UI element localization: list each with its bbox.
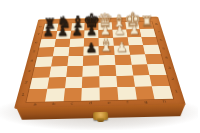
square-b3 — [49, 66, 67, 77]
square-a6 — [39, 39, 55, 48]
black-pawn-a7: ♟ — [43, 26, 54, 38]
coord-label: h — [137, 17, 151, 21]
square-a3 — [32, 66, 51, 77]
square-f4 — [114, 55, 131, 65]
square-g4 — [130, 54, 148, 64]
rank-labels-right: 87654321 — [151, 21, 183, 98]
square-a5 — [37, 47, 54, 57]
white-pawn-f5: ♟ — [116, 41, 128, 54]
coord-label: 7 — [33, 30, 43, 38]
square-a7: ♟ — [41, 31, 57, 39]
square-f5: ♟ — [114, 46, 130, 55]
white-bishop-f8: ♝ — [111, 13, 126, 29]
white-pawn-f7: ♟ — [114, 25, 125, 37]
square-h7 — [140, 29, 156, 37]
coord-label: c — [72, 18, 85, 22]
coord-label: 6 — [31, 38, 42, 47]
square-a4 — [35, 56, 53, 66]
square-c5 — [68, 47, 84, 56]
square-g6 — [127, 37, 143, 46]
square-g8: ♚ — [125, 22, 140, 30]
square-d1 — [81, 88, 99, 101]
square-g7: ♟ — [126, 29, 141, 37]
coord-label: 4 — [26, 56, 38, 66]
rank-labels-left: 87654321 — [16, 23, 45, 101]
square-h4 — [145, 54, 163, 64]
square-f7: ♟ — [112, 29, 127, 37]
square-c8: ♝ — [71, 23, 85, 31]
white-bishop-e5: ♝ — [98, 36, 115, 54]
square-e5: ♝ — [99, 46, 115, 55]
square-b6 — [54, 38, 70, 47]
coord-label: 6 — [156, 35, 167, 44]
square-e3 — [99, 65, 116, 76]
square-e4 — [99, 55, 115, 65]
coord-label: 5 — [28, 47, 39, 56]
square-f6 — [113, 37, 129, 46]
board-grid: ♜♞♝♚♛♝♚♜♟♟♟♟♟♟♟♟♝♟ — [26, 21, 173, 102]
square-d5: ♟ — [83, 46, 98, 55]
coord-label: f — [111, 17, 125, 21]
square-g2 — [133, 75, 152, 87]
square-a8: ♜ — [43, 24, 58, 32]
coord-label: 2 — [20, 76, 33, 88]
square-b4 — [51, 56, 68, 66]
black-bishop-c8: ♝ — [70, 14, 85, 30]
square-h1 — [152, 86, 173, 99]
square-f2 — [116, 75, 134, 87]
square-d4 — [83, 55, 99, 65]
black-pawn-b7: ♟ — [57, 26, 68, 38]
coord-label: 7 — [153, 28, 164, 36]
square-b8: ♞ — [57, 23, 72, 31]
square-h2 — [150, 74, 170, 86]
square-d7: ♟ — [84, 30, 98, 38]
coord-label: d — [85, 18, 98, 22]
square-b2 — [47, 77, 66, 89]
black-king-d8: ♚ — [83, 10, 101, 29]
square-e2 — [99, 76, 117, 88]
square-c2 — [65, 76, 83, 88]
square-c6 — [69, 38, 84, 47]
black-knight-b8: ♞ — [56, 14, 71, 30]
square-e7: ♟ — [98, 30, 112, 38]
coord-label: 1 — [169, 85, 183, 98]
coord-label: 3 — [23, 66, 35, 77]
coord-label: 1 — [16, 88, 30, 101]
black-rook-a8: ♜ — [44, 17, 57, 31]
white-queen-e8: ♛ — [97, 11, 114, 30]
square-h5 — [143, 45, 160, 54]
brass-clasp — [93, 112, 108, 120]
square-c7: ♟ — [70, 30, 85, 38]
square-f3 — [115, 65, 133, 76]
square-d8: ♚ — [85, 23, 99, 31]
square-f1 — [117, 87, 136, 100]
file-labels-top: abcdefgh — [45, 17, 151, 23]
coord-label: 5 — [158, 44, 170, 53]
square-c4 — [67, 56, 84, 66]
coord-label: g — [124, 17, 138, 21]
square-f8: ♝ — [112, 22, 126, 30]
white-pawn-g7: ♟ — [129, 24, 140, 36]
square-h6 — [142, 37, 159, 46]
white-king-g8: ♚ — [124, 9, 142, 28]
square-b5 — [53, 47, 69, 57]
square-a1 — [26, 89, 47, 102]
square-a2 — [30, 77, 50, 89]
coord-label: 8 — [151, 21, 161, 28]
square-g1 — [135, 86, 155, 99]
square-d6 — [84, 38, 99, 47]
photo-canvas: ♜♞♝♚♛♝♚♜♟♟♟♟♟♟♟♟♝♟ abcdefgh abcdefgh 876… — [0, 0, 200, 133]
coord-label: 8 — [35, 23, 45, 30]
square-e8: ♛ — [98, 22, 112, 30]
coord-label: 3 — [163, 63, 176, 74]
square-c1 — [63, 88, 82, 101]
square-c3 — [66, 66, 83, 77]
coord-label: 4 — [160, 53, 172, 63]
coord-label: 2 — [166, 73, 179, 85]
chess-board: ♜♞♝♚♛♝♚♜♟♟♟♟♟♟♟♟♝♟ abcdefgh abcdefgh 876… — [14, 16, 186, 108]
coord-label: a — [45, 19, 59, 23]
coord-label: b — [58, 18, 72, 22]
square-b7: ♟ — [56, 31, 71, 39]
black-pawn-d7: ♟ — [86, 25, 97, 37]
square-d3 — [83, 65, 100, 76]
white-rook-h8: ♜ — [140, 14, 153, 28]
square-d2 — [82, 76, 100, 88]
square-g3 — [131, 64, 149, 75]
square-e6 — [99, 38, 114, 47]
white-pawn-e7: ♟ — [100, 25, 111, 37]
black-pawn-d5: ♟ — [85, 42, 97, 55]
square-h3 — [147, 64, 166, 75]
board-frame: ♜♞♝♚♛♝♚♜♟♟♟♟♟♟♟♟♝♟ — [14, 16, 186, 108]
square-b1 — [45, 88, 65, 101]
black-pawn-c7: ♟ — [71, 26, 82, 38]
square-e1 — [100, 87, 119, 100]
board-tilt-wrapper: ♜♞♝♚♛♝♚♜♟♟♟♟♟♟♟♟♝♟ abcdefgh abcdefgh 876… — [0, 0, 200, 133]
square-g5 — [128, 45, 145, 54]
square-h8: ♜ — [138, 21, 153, 29]
coord-label: e — [98, 18, 111, 22]
